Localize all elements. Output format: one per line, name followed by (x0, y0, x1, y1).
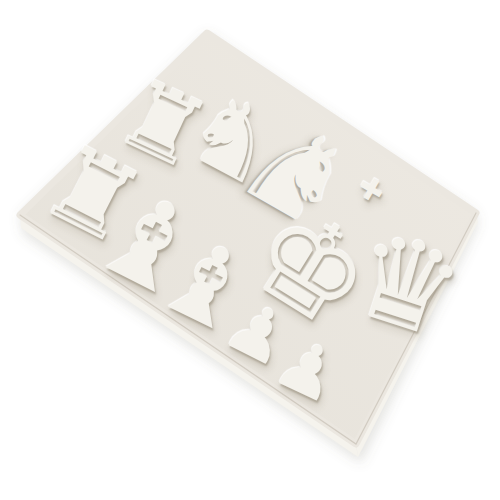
cavity-layer: ♜♞♞✚♜♝♝♚♛♟♟ (0, 0, 500, 500)
product-photo: ♜♞♞✚♜♝♝♚♛♟♟ (0, 0, 500, 500)
